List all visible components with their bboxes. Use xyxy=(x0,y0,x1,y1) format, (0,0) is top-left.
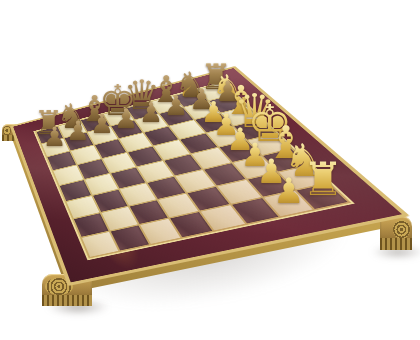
gold-pawn-piece[interactable]: ♟ xyxy=(273,173,305,208)
chess-set-photo: ♜♟♞♟♝♟♛♟♚♟♝♟♞♟♜♟♜♟♞♟♝♟♛♟♚♟♝♟♞♟♜♟ xyxy=(0,0,420,340)
bronze-pawn-piece[interactable]: ♟ xyxy=(114,105,138,132)
bronze-pawn-piece[interactable]: ♟ xyxy=(90,112,114,139)
bronze-pawn-piece[interactable]: ♟ xyxy=(66,118,90,145)
bronze-pawn-piece[interactable]: ♟ xyxy=(43,124,67,150)
gold-rook-piece[interactable]: ♜ xyxy=(302,156,343,202)
bronze-pawn-piece[interactable]: ♟ xyxy=(164,92,189,120)
bronze-pawn-piece[interactable]: ♟ xyxy=(139,99,163,126)
